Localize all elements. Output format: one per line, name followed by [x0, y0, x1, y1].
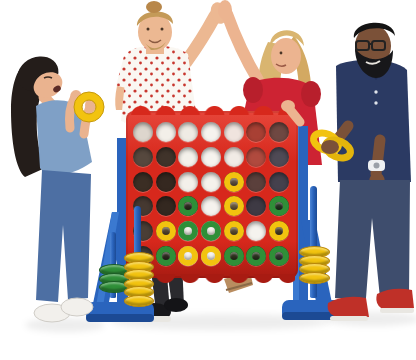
- people-front-layer: [0, 0, 416, 360]
- yellow-toss-ring: [124, 295, 154, 307]
- woman-red-hand-on-board: [281, 100, 300, 122]
- woman-left-figure: [11, 50, 104, 322]
- product-photo-scene: [0, 0, 416, 360]
- yellow-toss-ring: [299, 272, 330, 284]
